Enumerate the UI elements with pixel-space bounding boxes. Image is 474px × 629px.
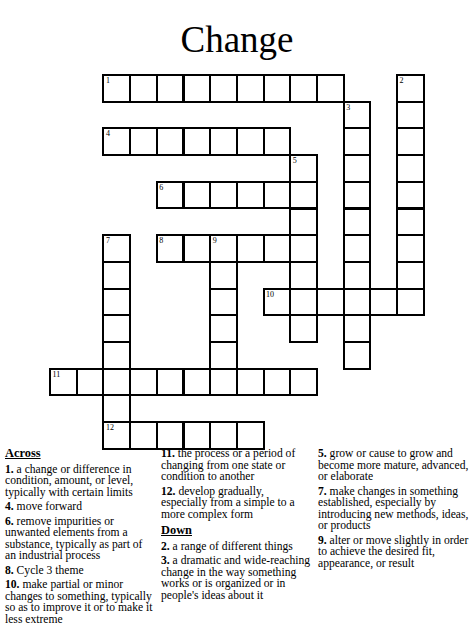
grid-cell[interactable] (183, 74, 212, 103)
grid-cell[interactable] (396, 261, 425, 290)
clue-text: make partial or minor changes to somethi… (5, 578, 152, 626)
clue: 9. alter or move slightly in order to ac… (318, 535, 470, 570)
grid-cell[interactable]: 3 (343, 101, 372, 130)
grid-cell[interactable] (129, 421, 158, 450)
grid-cell[interactable] (396, 234, 425, 263)
grid-cell[interactable] (209, 288, 238, 317)
clue-number: 9 (213, 236, 217, 245)
clue: 11. the process or a period of changing … (161, 448, 311, 483)
grid-cell[interactable] (76, 368, 105, 397)
clue-number: 10 (266, 290, 274, 299)
grid-cell[interactable] (263, 234, 292, 263)
grid-cell[interactable] (396, 288, 425, 317)
grid-cell[interactable] (396, 127, 425, 156)
grid-cell[interactable] (396, 208, 425, 237)
grid-cell[interactable] (183, 127, 212, 156)
grid-cell[interactable]: 4 (102, 127, 131, 156)
grid-cell[interactable] (343, 288, 372, 317)
clue: 8. Cycle 3 theme (5, 565, 156, 577)
grid-cell[interactable] (183, 421, 212, 450)
grid-cell[interactable] (396, 181, 425, 210)
grid-cell[interactable] (369, 288, 398, 317)
grid-cell[interactable]: 5 (289, 154, 318, 183)
clue-number: 8 (159, 236, 163, 245)
grid-cell[interactable] (209, 261, 238, 290)
clue-number: 5 (293, 156, 297, 165)
clue-column: 11. the process or a period of changing … (161, 448, 311, 604)
grid-cell[interactable] (183, 181, 212, 210)
grid-cell[interactable] (236, 368, 265, 397)
grid-cell[interactable]: 7 (102, 234, 131, 263)
clue-text: a dramatic and wide-reaching change in t… (161, 554, 310, 602)
grid-cell[interactable] (289, 314, 318, 343)
clue: 6. remove impurities or unwanted element… (5, 516, 156, 562)
clue-section-header: Down (161, 525, 311, 537)
clue-number: 4 (106, 129, 110, 138)
clue-number: 11 (53, 370, 61, 379)
grid-cell[interactable]: 8 (156, 234, 185, 263)
grid-cell[interactable] (236, 234, 265, 263)
clue: 4. move forward (5, 501, 156, 513)
grid-cell[interactable]: 2 (396, 74, 425, 103)
grid-cell[interactable]: 6 (156, 181, 185, 210)
grid-cell[interactable] (209, 314, 238, 343)
clue-number: 6 (159, 183, 163, 192)
clue: 7. make changes in something established… (318, 486, 470, 532)
grid-cell[interactable]: 9 (209, 234, 238, 263)
clue-number: 1 (106, 76, 110, 85)
grid-cell[interactable]: 10 (263, 288, 292, 317)
grid-cell[interactable] (289, 368, 318, 397)
clue-section-header: Across (5, 448, 156, 460)
clue-text: alter or move slightly in order to achie… (318, 534, 468, 570)
grid-cell[interactable] (289, 74, 318, 103)
clue-column: 5. grow or cause to grow and become more… (318, 448, 470, 572)
grid-cell[interactable] (102, 261, 131, 290)
clue: 10. make partial or minor changes to som… (5, 579, 156, 625)
grid-cell[interactable]: 12 (102, 421, 131, 450)
grid-cell[interactable] (102, 341, 131, 370)
clue-number: 7 (106, 236, 110, 245)
grid-cell[interactable] (183, 234, 212, 263)
grid-cell[interactable] (289, 288, 318, 317)
clue-num: 2. (161, 540, 170, 553)
grid-cell[interactable] (236, 74, 265, 103)
clue-text: develop gradually, especially from a sim… (161, 485, 295, 521)
crossword-grid: 123456789101112 (0, 0, 474, 474)
grid-cell[interactable] (263, 181, 292, 210)
clue-text: a change or difference in condition, amo… (5, 463, 133, 499)
grid-cell[interactable] (236, 127, 265, 156)
grid-cell[interactable] (156, 421, 185, 450)
grid-cell[interactable] (343, 341, 372, 370)
clue: 5. grow or cause to grow and become more… (318, 448, 470, 483)
grid-cell[interactable] (129, 368, 158, 397)
grid-cell[interactable] (209, 368, 238, 397)
clue-text: make changes in something established, e… (318, 485, 468, 533)
clue: 12. develop gradually, especially from a… (161, 486, 311, 521)
clue: 2. a range of different things (161, 541, 311, 553)
grid-cell[interactable] (102, 368, 131, 397)
clue: 3. a dramatic and wide-reaching change i… (161, 555, 311, 601)
grid-cell[interactable] (263, 74, 292, 103)
clue-num: 4. (5, 500, 14, 513)
grid-cell[interactable] (236, 421, 265, 450)
clue-text: the process or a period of changing from… (161, 447, 295, 483)
grid-cell[interactable] (102, 394, 131, 423)
grid-cell[interactable] (343, 127, 372, 156)
grid-cell[interactable] (396, 101, 425, 130)
clue-number: 2 (400, 76, 404, 85)
grid-cell[interactable] (263, 127, 292, 156)
grid-cell[interactable]: 1 (102, 74, 131, 103)
grid-cell[interactable] (156, 368, 185, 397)
clue: 1. a change or difference in condition, … (5, 464, 156, 499)
grid-cell[interactable] (289, 208, 318, 237)
grid-cell[interactable] (289, 181, 318, 210)
clue-text: Cycle 3 theme (17, 564, 84, 577)
grid-cell[interactable] (209, 74, 238, 103)
grid-cell[interactable] (209, 341, 238, 370)
grid-cell[interactable] (343, 181, 372, 210)
grid-cell[interactable] (156, 127, 185, 156)
grid-cell[interactable] (289, 261, 318, 290)
grid-cell[interactable] (263, 368, 292, 397)
clue-text: remove impurities or unwanted elements f… (5, 515, 142, 563)
grid-cell[interactable] (343, 154, 372, 183)
grid-cell[interactable] (236, 181, 265, 210)
grid-cell[interactable] (316, 288, 345, 317)
grid-cell[interactable]: 11 (49, 368, 78, 397)
clue-number: 3 (346, 103, 350, 112)
clue-num: 8. (5, 564, 14, 577)
clue-text: grow or cause to grow and become more ma… (318, 447, 468, 483)
grid-cell[interactable] (102, 314, 131, 343)
grid-cell[interactable] (183, 368, 212, 397)
grid-cell[interactable] (343, 314, 372, 343)
grid-cell[interactable] (209, 181, 238, 210)
grid-cell[interactable] (343, 234, 372, 263)
grid-cell[interactable] (343, 208, 372, 237)
grid-cell[interactable] (129, 127, 158, 156)
clue-column: Across1. a change or difference in condi… (5, 448, 156, 628)
grid-cell[interactable] (209, 421, 238, 450)
clue-text: move forward (17, 500, 82, 513)
clue-number: 12 (106, 423, 114, 432)
grid-cell[interactable] (289, 234, 318, 263)
grid-cell[interactable] (396, 154, 425, 183)
grid-cell[interactable] (316, 74, 345, 103)
grid-cell[interactable] (343, 261, 372, 290)
clue-text: a range of different things (173, 540, 293, 553)
grid-cell[interactable] (129, 74, 158, 103)
grid-cell[interactable] (209, 127, 238, 156)
grid-cell[interactable] (102, 288, 131, 317)
grid-cell[interactable] (156, 74, 185, 103)
